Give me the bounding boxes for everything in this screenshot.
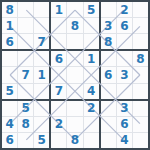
box-9: 364 bbox=[101, 101, 148, 148]
cell-r3c9[interactable] bbox=[133, 34, 148, 49]
cell-r1c3[interactable] bbox=[34, 2, 49, 17]
given-digit: 8 bbox=[5, 4, 13, 16]
cell-r5c6[interactable] bbox=[84, 67, 99, 82]
given-digit: 6 bbox=[120, 118, 128, 130]
given-digit: 8 bbox=[71, 134, 79, 146]
cell-r2c8[interactable]: 6 bbox=[117, 18, 132, 33]
cell-r9c5[interactable]: 8 bbox=[67, 133, 82, 148]
cell-r7c6[interactable]: 2 bbox=[84, 101, 99, 116]
cell-r1c8[interactable]: 2 bbox=[117, 2, 132, 17]
cell-r9c3[interactable]: 5 bbox=[34, 133, 49, 148]
cell-r1c9[interactable] bbox=[133, 2, 148, 17]
cell-r4c2[interactable] bbox=[18, 51, 33, 66]
cell-r4c4[interactable]: 6 bbox=[51, 51, 66, 66]
cell-r8c4[interactable]: 2 bbox=[51, 117, 66, 132]
given-digit: 8 bbox=[71, 20, 79, 32]
cell-r8c3[interactable] bbox=[34, 117, 49, 132]
cell-r6c3[interactable] bbox=[34, 84, 49, 99]
cell-r6c1[interactable]: 5 bbox=[2, 84, 17, 99]
cell-r1c5[interactable] bbox=[67, 2, 82, 17]
cell-r1c7[interactable] bbox=[101, 2, 116, 17]
given-digit: 5 bbox=[5, 85, 13, 97]
given-digit: 8 bbox=[104, 36, 112, 48]
cell-r8c8[interactable]: 6 bbox=[117, 117, 132, 132]
cell-r6c2[interactable] bbox=[18, 84, 33, 99]
cell-r6c9[interactable] bbox=[133, 84, 148, 99]
cell-r6c7[interactable] bbox=[101, 84, 116, 99]
cell-r5c5[interactable] bbox=[67, 67, 82, 82]
cell-r8c5[interactable] bbox=[67, 117, 82, 132]
cell-r4c9[interactable]: 8 bbox=[133, 51, 148, 66]
given-digit: 5 bbox=[38, 134, 46, 146]
cell-r8c7[interactable] bbox=[101, 117, 116, 132]
given-digit: 8 bbox=[136, 53, 144, 65]
cell-r3c6[interactable] bbox=[84, 34, 99, 49]
cell-r4c3[interactable] bbox=[34, 51, 49, 66]
cell-r1c2[interactable] bbox=[18, 2, 33, 17]
cell-r4c1[interactable] bbox=[2, 51, 17, 66]
given-digit: 6 bbox=[5, 134, 13, 146]
given-digit: 6 bbox=[120, 20, 128, 32]
cell-r1c6[interactable]: 5 bbox=[84, 2, 99, 17]
cell-r3c3[interactable]: 7 bbox=[34, 34, 49, 49]
cell-r4c8[interactable] bbox=[117, 51, 132, 66]
cell-r5c7[interactable]: 6 bbox=[101, 67, 116, 82]
cell-r3c5[interactable] bbox=[67, 34, 82, 49]
cell-r4c5[interactable] bbox=[67, 51, 82, 66]
given-digit: 1 bbox=[38, 69, 46, 81]
cell-r2c1[interactable]: 1 bbox=[2, 18, 17, 33]
given-digit: 4 bbox=[120, 134, 128, 146]
given-digit: 3 bbox=[120, 102, 128, 114]
cell-r2c2[interactable] bbox=[18, 18, 33, 33]
cell-r9c8[interactable]: 4 bbox=[117, 133, 132, 148]
cell-r5c1[interactable] bbox=[2, 67, 17, 82]
cell-r9c2[interactable] bbox=[18, 133, 33, 148]
cell-r5c8[interactable]: 3 bbox=[117, 67, 132, 82]
given-digit: 6 bbox=[55, 53, 63, 65]
given-digit: 8 bbox=[21, 118, 29, 130]
given-digit: 7 bbox=[38, 36, 46, 48]
given-digit: 2 bbox=[55, 118, 63, 130]
cell-r3c8[interactable] bbox=[117, 34, 132, 49]
box-6: 863 bbox=[101, 51, 148, 98]
box-7: 54865 bbox=[2, 101, 49, 148]
box-8: 228 bbox=[51, 101, 98, 148]
cell-r2c6[interactable] bbox=[84, 18, 99, 33]
cell-r8c1[interactable]: 4 bbox=[2, 117, 17, 132]
given-digit: 5 bbox=[21, 102, 29, 114]
cell-r9c4[interactable] bbox=[51, 133, 66, 148]
cell-r7c5[interactable] bbox=[67, 101, 82, 116]
cell-r7c9[interactable] bbox=[133, 101, 148, 116]
cell-r9c9[interactable] bbox=[133, 133, 148, 148]
cell-r9c6[interactable] bbox=[84, 133, 99, 148]
given-digit: 3 bbox=[120, 69, 128, 81]
cell-r9c1[interactable]: 6 bbox=[2, 133, 17, 148]
cell-r8c9[interactable] bbox=[133, 117, 148, 132]
cell-r2c4[interactable] bbox=[51, 18, 66, 33]
cell-r3c2[interactable] bbox=[18, 34, 33, 49]
cell-r3c4[interactable] bbox=[51, 34, 66, 49]
cell-r2c7[interactable]: 3 bbox=[101, 18, 116, 33]
cell-r3c1[interactable]: 6 bbox=[2, 34, 17, 49]
given-digit: 5 bbox=[87, 4, 95, 16]
cell-r7c2[interactable]: 5 bbox=[18, 101, 33, 116]
box-1: 8167 bbox=[2, 2, 49, 49]
cell-r2c3[interactable] bbox=[34, 18, 49, 33]
box-2: 158 bbox=[51, 2, 98, 49]
cell-r6c6[interactable]: 4 bbox=[84, 84, 99, 99]
cell-r7c8[interactable]: 3 bbox=[117, 101, 132, 116]
given-digit: 6 bbox=[104, 69, 112, 81]
given-digit: 4 bbox=[5, 118, 13, 130]
given-digit: 1 bbox=[87, 53, 95, 65]
cell-r4c6[interactable]: 1 bbox=[84, 51, 99, 66]
given-digit: 7 bbox=[21, 69, 29, 81]
cell-r8c6[interactable] bbox=[84, 117, 99, 132]
cell-r4c7[interactable] bbox=[101, 51, 116, 66]
cell-r9c7[interactable] bbox=[101, 133, 116, 148]
cell-r6c8[interactable] bbox=[117, 84, 132, 99]
cell-r7c3[interactable] bbox=[34, 101, 49, 116]
cell-r6c4[interactable]: 7 bbox=[51, 84, 66, 99]
sudoku-board: 81671582368715617486354865228364 bbox=[0, 0, 150, 150]
cell-r2c9[interactable] bbox=[133, 18, 148, 33]
given-digit: 2 bbox=[120, 4, 128, 16]
cell-r5c4[interactable] bbox=[51, 67, 66, 82]
box-4: 715 bbox=[2, 51, 49, 98]
cell-r7c1[interactable] bbox=[2, 101, 17, 116]
cell-r8c2[interactable]: 8 bbox=[18, 117, 33, 132]
given-digit: 7 bbox=[55, 85, 63, 97]
cell-r6c5[interactable] bbox=[67, 84, 82, 99]
box-5: 6174 bbox=[51, 51, 98, 98]
given-digit: 1 bbox=[5, 20, 13, 32]
given-digit: 3 bbox=[104, 20, 112, 32]
cell-r5c9[interactable] bbox=[133, 67, 148, 82]
cell-r5c3[interactable]: 1 bbox=[34, 67, 49, 82]
cell-r3c7[interactable]: 8 bbox=[101, 34, 116, 49]
cell-r7c4[interactable] bbox=[51, 101, 66, 116]
cell-r1c4[interactable]: 1 bbox=[51, 2, 66, 17]
box-grid: 81671582368715617486354865228364 bbox=[2, 2, 148, 148]
cell-r5c2[interactable]: 7 bbox=[18, 67, 33, 82]
cell-r2c5[interactable]: 8 bbox=[67, 18, 82, 33]
given-digit: 2 bbox=[87, 102, 95, 114]
given-digit: 6 bbox=[5, 36, 13, 48]
cell-r1c1[interactable]: 8 bbox=[2, 2, 17, 17]
given-digit: 1 bbox=[55, 4, 63, 16]
given-digit: 4 bbox=[87, 85, 95, 97]
box-3: 2368 bbox=[101, 2, 148, 49]
cell-r7c7[interactable] bbox=[101, 101, 116, 116]
